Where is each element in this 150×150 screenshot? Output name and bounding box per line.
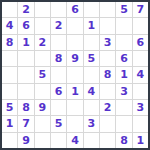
cell-r5c5[interactable]: [67, 67, 82, 82]
cell-r2c6[interactable]: 1: [84, 18, 99, 33]
cell-r7c9[interactable]: 3: [133, 100, 148, 115]
cell-r3c6[interactable]: [84, 35, 99, 50]
cell-r9c6[interactable]: [84, 133, 99, 148]
cell-r5c2[interactable]: [18, 67, 33, 82]
cell-r3c2[interactable]: 1: [18, 35, 33, 50]
cell-r2c2[interactable]: 6: [18, 18, 33, 33]
cell-r1c4[interactable]: [51, 2, 66, 17]
cell-r6c6[interactable]: 4: [84, 84, 99, 99]
cell-r1c9[interactable]: 7: [133, 2, 148, 17]
cell-r8c8[interactable]: [116, 116, 131, 131]
cell-r8c4[interactable]: 5: [51, 116, 66, 131]
sudoku-board: 26574621812368956581461435892317539481: [0, 0, 150, 150]
cell-r4c4[interactable]: 8: [51, 51, 66, 66]
cell-r5c4[interactable]: [51, 67, 66, 82]
cell-r6c9[interactable]: [133, 84, 148, 99]
cell-r7c8[interactable]: [116, 100, 131, 115]
cell-r8c3[interactable]: [35, 116, 50, 131]
cell-r1c7[interactable]: [100, 2, 115, 17]
cell-r9c4[interactable]: [51, 133, 66, 148]
cell-r9c9[interactable]: 1: [133, 133, 148, 148]
cell-r4c9[interactable]: [133, 51, 148, 66]
cell-r9c3[interactable]: [35, 133, 50, 148]
cell-r5c9[interactable]: 4: [133, 67, 148, 82]
cell-r2c7[interactable]: [100, 18, 115, 33]
cell-r4c7[interactable]: [100, 51, 115, 66]
cell-r2c9[interactable]: [133, 18, 148, 33]
cell-r6c7[interactable]: [100, 84, 115, 99]
cell-r8c5[interactable]: [67, 116, 82, 131]
cell-r2c1[interactable]: 4: [2, 18, 17, 33]
cell-r7c4[interactable]: [51, 100, 66, 115]
cell-r7c7[interactable]: 2: [100, 100, 115, 115]
cell-r4c1[interactable]: [2, 51, 17, 66]
cell-r1c6[interactable]: [84, 2, 99, 17]
cell-r3c4[interactable]: [51, 35, 66, 50]
cell-r6c3[interactable]: [35, 84, 50, 99]
cell-r5c8[interactable]: 1: [116, 67, 131, 82]
cell-r3c7[interactable]: 3: [100, 35, 115, 50]
cell-r9c7[interactable]: [100, 133, 115, 148]
cell-r3c1[interactable]: 8: [2, 35, 17, 50]
cell-r7c3[interactable]: 9: [35, 100, 50, 115]
cell-r5c3[interactable]: 5: [35, 67, 50, 82]
cell-r4c5[interactable]: 9: [67, 51, 82, 66]
cell-r7c5[interactable]: [67, 100, 82, 115]
cell-r6c4[interactable]: 6: [51, 84, 66, 99]
cell-r3c8[interactable]: [116, 35, 131, 50]
cell-r8c2[interactable]: 7: [18, 116, 33, 131]
cell-r4c6[interactable]: 5: [84, 51, 99, 66]
cell-r1c1[interactable]: [2, 2, 17, 17]
cell-r2c8[interactable]: [116, 18, 131, 33]
cell-r8c7[interactable]: [100, 116, 115, 131]
cell-r3c3[interactable]: 2: [35, 35, 50, 50]
cell-r6c1[interactable]: [2, 84, 17, 99]
cell-r5c6[interactable]: [84, 67, 99, 82]
cell-r6c8[interactable]: 3: [116, 84, 131, 99]
cell-r3c9[interactable]: 6: [133, 35, 148, 50]
cell-r4c3[interactable]: [35, 51, 50, 66]
cell-r1c3[interactable]: [35, 2, 50, 17]
cell-r3c5[interactable]: [67, 35, 82, 50]
cell-r2c5[interactable]: [67, 18, 82, 33]
cell-r6c2[interactable]: [18, 84, 33, 99]
cell-r8c9[interactable]: [133, 116, 148, 131]
cell-r4c2[interactable]: [18, 51, 33, 66]
cell-r9c1[interactable]: [2, 133, 17, 148]
cell-r7c6[interactable]: [84, 100, 99, 115]
cell-r9c8[interactable]: 8: [116, 133, 131, 148]
cell-r5c7[interactable]: 8: [100, 67, 115, 82]
cell-r1c8[interactable]: 5: [116, 2, 131, 17]
cell-r5c1[interactable]: [2, 67, 17, 82]
cell-r8c1[interactable]: 1: [2, 116, 17, 131]
cell-r9c2[interactable]: 9: [18, 133, 33, 148]
cell-r1c5[interactable]: 6: [67, 2, 82, 17]
cell-r4c8[interactable]: 6: [116, 51, 131, 66]
cell-r2c4[interactable]: 2: [51, 18, 66, 33]
cell-r7c1[interactable]: 5: [2, 100, 17, 115]
cell-r2c3[interactable]: [35, 18, 50, 33]
cell-r6c5[interactable]: 1: [67, 84, 82, 99]
cell-r9c5[interactable]: 4: [67, 133, 82, 148]
cell-r1c2[interactable]: 2: [18, 2, 33, 17]
cell-r7c2[interactable]: 8: [18, 100, 33, 115]
cell-r8c6[interactable]: 3: [84, 116, 99, 131]
